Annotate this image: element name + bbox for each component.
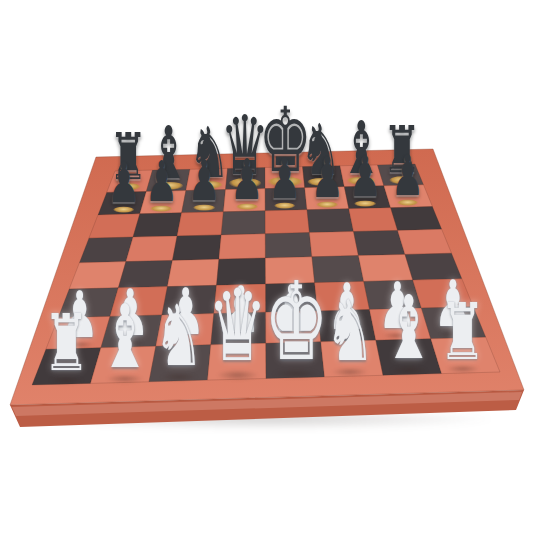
piece-black-pawn-h7[interactable]: ♟ [391,149,425,205]
piece-white-rook-a1[interactable]: ♜ [43,304,90,382]
piece-black-pawn-e7[interactable]: ♟ [268,152,302,208]
square-d6[interactable] [221,211,265,235]
piece-white-knight-c1[interactable]: ♞ [154,295,204,379]
chess-photo-scene: ♜♝♞♛♚♞♝♜♟♟♟♟♟♟♟♟♟♟♟♟♟♟♟♟♜♝♞♛♚♞♝♜ [0,0,533,533]
square-g5[interactable] [354,230,406,255]
square-a5[interactable] [79,237,133,263]
square-f5[interactable] [309,232,358,257]
piece-white-rook-h1[interactable]: ♜ [439,293,486,371]
square-b5[interactable] [126,236,177,262]
square-h6[interactable] [391,207,442,231]
square-c6[interactable] [177,212,223,236]
piece-black-pawn-d7[interactable]: ♟ [230,153,264,209]
square-d5[interactable] [219,234,266,259]
square-h5[interactable] [398,229,452,254]
square-f6[interactable] [307,209,354,233]
square-e6[interactable] [265,210,309,234]
piece-white-king-e1[interactable]: ♚ [264,267,329,375]
piece-black-pawn-c7[interactable]: ♟ [187,154,221,210]
piece-black-pawn-b7[interactable]: ♟ [145,155,179,211]
piece-black-pawn-g7[interactable]: ♟ [348,150,382,206]
square-b6[interactable] [133,213,182,237]
piece-white-bishop-b1[interactable]: ♝ [99,293,151,380]
square-g6[interactable] [349,208,398,232]
square-e5[interactable] [265,233,312,258]
piece-white-knight-f1[interactable]: ♞ [325,290,375,374]
piece-black-pawn-f7[interactable]: ♟ [310,151,344,207]
piece-white-queen-d1[interactable]: ♛ [208,278,267,377]
piece-white-bishop-g1[interactable]: ♝ [383,285,435,372]
piece-black-pawn-a7[interactable]: ♟ [107,156,141,212]
square-c5[interactable] [172,235,221,261]
